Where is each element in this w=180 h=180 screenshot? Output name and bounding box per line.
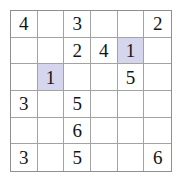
cell-r3c6[interactable] [144,64,171,91]
cell-r6c3[interactable]: 5 [64,144,91,171]
cell-r2c3[interactable]: 2 [64,38,91,65]
cell-r5c1[interactable] [11,118,38,145]
cell-r1c5[interactable] [118,11,145,38]
cell-r6c2[interactable] [38,144,65,171]
cell-r4c1[interactable]: 3 [11,91,38,118]
cell-r3c1[interactable] [11,64,38,91]
cell-r3c4[interactable] [91,64,118,91]
cell-r4c5[interactable] [118,91,145,118]
page: 43224115356356 [0,0,180,180]
cell-r6c6[interactable]: 6 [144,144,171,171]
cell-r6c1[interactable]: 3 [11,144,38,171]
cell-r2c5[interactable]: 1 [118,38,145,65]
cell-r3c5[interactable]: 5 [118,64,145,91]
cell-r1c6[interactable]: 2 [144,11,171,38]
cell-r5c4[interactable] [91,118,118,145]
cell-r6c5[interactable] [118,144,145,171]
cell-r2c1[interactable] [11,38,38,65]
cell-r4c6[interactable] [144,91,171,118]
cell-r1c1[interactable]: 4 [11,11,38,38]
cell-r5c6[interactable] [144,118,171,145]
cell-r4c2[interactable] [38,91,65,118]
cell-r2c2[interactable] [38,38,65,65]
cell-r2c4[interactable]: 4 [91,38,118,65]
sudoku-board: 43224115356356 [10,10,172,172]
cell-r2c6[interactable] [144,38,171,65]
cell-r4c4[interactable] [91,91,118,118]
cell-r3c2[interactable]: 1 [38,64,65,91]
cell-r1c3[interactable]: 3 [64,11,91,38]
cell-r4c3[interactable]: 5 [64,91,91,118]
cell-r3c3[interactable] [64,64,91,91]
cell-r1c2[interactable] [38,11,65,38]
cell-r5c2[interactable] [38,118,65,145]
cell-r5c3[interactable]: 6 [64,118,91,145]
cell-r6c4[interactable] [91,144,118,171]
cell-r1c4[interactable] [91,11,118,38]
cell-r5c5[interactable] [118,118,145,145]
